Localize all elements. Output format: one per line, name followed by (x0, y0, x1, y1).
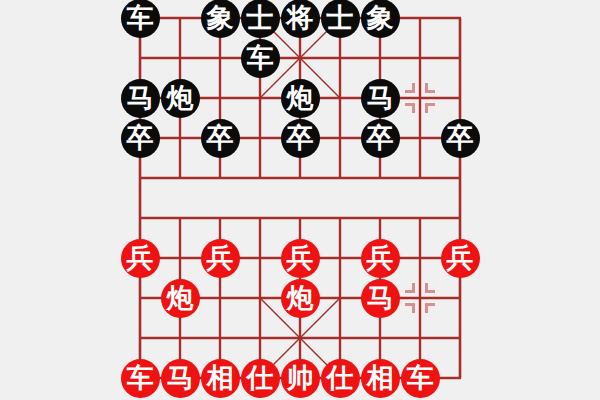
piece-red-soldier[interactable]: 兵 (281, 239, 320, 278)
piece-red-horse[interactable]: 马 (361, 279, 400, 318)
piece-black-chariot[interactable]: 车 (241, 39, 280, 78)
piece-black-soldier[interactable]: 卒 (281, 119, 320, 158)
piece-black-cannon[interactable]: 炮 (281, 79, 320, 118)
piece-black-advisor[interactable]: 士 (321, 0, 360, 38)
piece-red-soldier[interactable]: 兵 (201, 239, 240, 278)
piece-black-horse[interactable]: 马 (361, 79, 400, 118)
piece-red-soldier[interactable]: 兵 (361, 239, 400, 278)
piece-red-horse[interactable]: 马 (161, 359, 200, 398)
piece-black-soldier[interactable]: 卒 (441, 119, 480, 158)
piece-red-cannon[interactable]: 炮 (161, 279, 200, 318)
piece-red-chariot[interactable]: 车 (121, 359, 160, 398)
piece-black-elephant[interactable]: 象 (361, 0, 400, 38)
piece-red-chariot[interactable]: 车 (401, 359, 440, 398)
piece-red-cannon[interactable]: 炮 (281, 279, 320, 318)
piece-red-soldier[interactable]: 兵 (121, 239, 160, 278)
piece-red-elephant[interactable]: 相 (361, 359, 400, 398)
piece-black-soldier[interactable]: 卒 (361, 119, 400, 158)
piece-red-elephant[interactable]: 相 (201, 359, 240, 398)
piece-red-advisor[interactable]: 仕 (241, 359, 280, 398)
piece-black-cannon[interactable]: 炮 (161, 79, 200, 118)
piece-black-soldier[interactable]: 卒 (121, 119, 160, 158)
piece-black-chariot[interactable]: 车 (121, 0, 160, 38)
piece-black-general[interactable]: 将 (281, 0, 320, 38)
xiangqi-board[interactable]: 车象士将士象车马炮炮马卒卒卒卒卒兵兵兵兵兵炮炮马车马相仕帅仕相车 (0, 0, 600, 400)
piece-black-elephant[interactable]: 象 (201, 0, 240, 38)
piece-black-horse[interactable]: 马 (121, 79, 160, 118)
piece-red-general[interactable]: 帅 (281, 359, 320, 398)
pieces-layer: 车象士将士象车马炮炮马卒卒卒卒卒兵兵兵兵兵炮炮马车马相仕帅仕相车 (0, 0, 600, 400)
piece-red-soldier[interactable]: 兵 (441, 239, 480, 278)
piece-black-soldier[interactable]: 卒 (201, 119, 240, 158)
piece-red-advisor[interactable]: 仕 (321, 359, 360, 398)
piece-black-advisor[interactable]: 士 (241, 0, 280, 38)
